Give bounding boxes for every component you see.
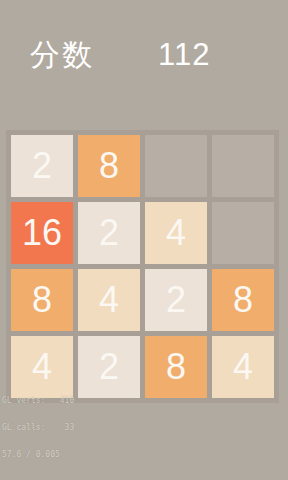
tile-4-r2c3: 4 — [145, 202, 207, 264]
debug-gl-calls: GL calls: 33 — [2, 423, 74, 432]
tile-2-r1c1: 2 — [11, 135, 73, 197]
empty-cell-r1c3 — [145, 135, 207, 197]
tile-2-r3c3: 2 — [145, 269, 207, 331]
board[interactable]: 28162484284284 — [6, 130, 279, 403]
tile-8-r1c2: 8 — [78, 135, 140, 197]
tile-8-r3c4: 8 — [212, 269, 274, 331]
game-screen: 分数 112 28162484284284 GL verts: 410 GL c… — [0, 0, 288, 480]
tile-4-r3c2: 4 — [78, 269, 140, 331]
tile-8-r4c3: 8 — [145, 336, 207, 398]
empty-cell-r2c4 — [212, 202, 274, 264]
score-header: 分数 112 — [0, 36, 288, 74]
empty-cell-r1c4 — [212, 135, 274, 197]
tile-16-r2c1: 16 — [11, 202, 73, 264]
debug-gl-verts: GL verts: 410 — [2, 396, 74, 405]
tile-8-r3c1: 8 — [11, 269, 73, 331]
tile-4-r4c4: 4 — [212, 336, 274, 398]
score-label: 分数 — [30, 36, 94, 74]
debug-fps: 57.6 / 0.005 — [2, 450, 74, 459]
debug-overlay: GL verts: 410 GL calls: 33 57.6 / 0.005 — [2, 378, 74, 477]
score-value: 112 — [158, 36, 210, 74]
tile-2-r4c2: 2 — [78, 336, 140, 398]
tile-2-r2c2: 2 — [78, 202, 140, 264]
